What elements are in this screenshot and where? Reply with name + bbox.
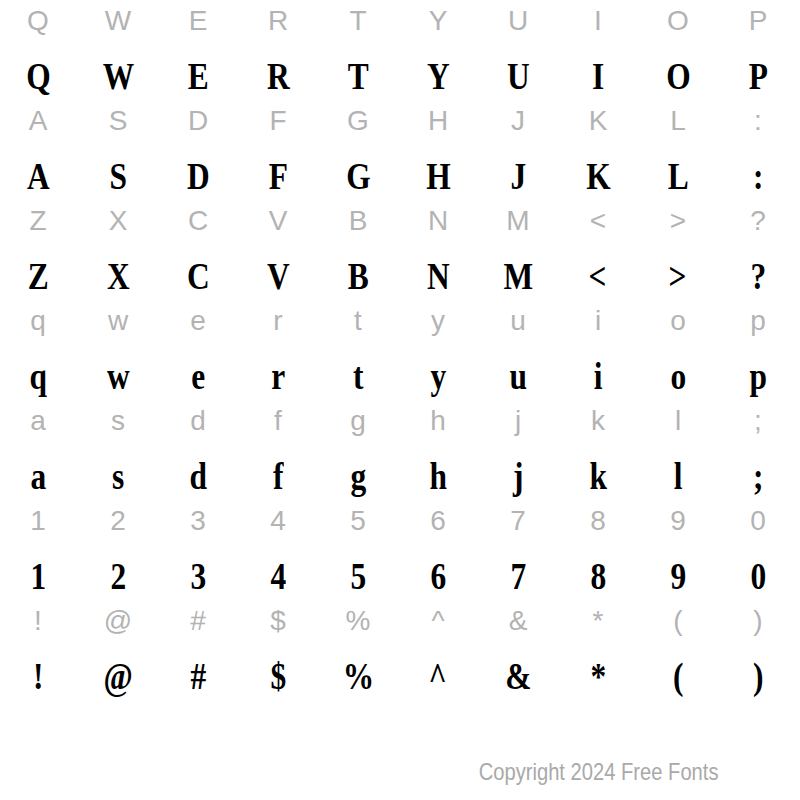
glyph-cell: g (350, 407, 366, 435)
glyph-cell: O (666, 58, 690, 95)
glyph-cell: % (342, 658, 373, 695)
glyph-cell: > (670, 207, 686, 235)
glyph-cell: ^ (429, 658, 447, 695)
glyph-cell: l (673, 407, 683, 435)
glyph-cell: ) (753, 607, 763, 635)
glyph-cell: M (506, 207, 529, 235)
glyph-cell: s (111, 407, 125, 435)
glyph-cell: w (107, 358, 130, 395)
glyph-cell: e (191, 358, 205, 395)
glyph-cell: k (591, 407, 605, 435)
glyph-cell: & (509, 607, 528, 635)
glyph-cell: f (273, 407, 283, 435)
font-specimen-page: QWERTYUIOPQWERTYUIOPASDFGHJKL:ASDFGHJKL:… (0, 0, 800, 800)
glyph-cell: f (273, 458, 283, 495)
glyph-cell: R (267, 58, 290, 95)
glyph-cell: 8 (590, 558, 606, 595)
glyph-cell: 3 (190, 558, 206, 595)
glyph-cell: # (190, 658, 206, 695)
glyph-cell: C (188, 207, 208, 235)
glyph-cell: w (108, 307, 128, 335)
glyph-cell: H (426, 158, 450, 195)
glyph-cell: ^ (431, 607, 444, 635)
glyph-cell: N (427, 258, 450, 295)
glyph-cell: N (428, 207, 448, 235)
glyph-row-black-3: ZXCVBNM<>? (0, 258, 798, 295)
glyph-cell: d (190, 407, 206, 435)
glyph-cell: s (112, 458, 124, 495)
glyph-cell: y (430, 358, 446, 395)
glyph-row-black-1: QWERTYUIOP (0, 58, 798, 95)
glyph-cell: J (510, 158, 526, 195)
glyph-cell: t (353, 358, 363, 395)
glyph-cell: 7 (510, 507, 526, 535)
glyph-cell: u (509, 358, 526, 395)
glyph-cell: Y (429, 7, 448, 35)
glyph-cell: ) (753, 658, 763, 695)
glyph-cell: C (187, 258, 210, 295)
glyph-cell: < (590, 207, 606, 235)
glyph-cell: U (507, 58, 530, 95)
glyph-cell: P (748, 58, 767, 95)
glyph-cell: W (105, 7, 131, 35)
glyph-row-gray-3: ZXCVBNM<>? (0, 207, 798, 235)
glyph-cell: P (749, 7, 768, 35)
glyph-cell: D (188, 107, 208, 135)
glyph-row-gray-6: 1234567890 (0, 507, 798, 535)
glyph-row-black-5: asdfghjkl; (0, 458, 798, 495)
glyph-cell: U (508, 7, 528, 35)
glyph-row-black-7: !@#$%^&*() (0, 658, 798, 695)
glyph-row-black-2: ASDFGHJKL: (0, 158, 798, 195)
glyph-cell: < (589, 258, 607, 295)
glyph-cell: G (347, 107, 369, 135)
glyph-cell: M (503, 258, 533, 295)
glyph-cell: u (510, 307, 526, 335)
glyph-cell: 1 (30, 558, 46, 595)
glyph-cell: S (109, 158, 126, 195)
glyph-cell: y (431, 307, 445, 335)
glyph-cell: E (188, 58, 209, 95)
glyph-cell: @ (104, 607, 132, 635)
glyph-cell: 6 (430, 507, 446, 535)
glyph-cell: i (593, 307, 603, 335)
glyph-cell: ? (750, 207, 766, 235)
glyph-cell: Z (29, 207, 46, 235)
glyph-cell: r (271, 358, 285, 395)
glyph-cell: L (670, 107, 686, 135)
glyph-cell: E (189, 7, 208, 35)
glyph-cell: a (30, 407, 46, 435)
glyph-cell: a (30, 458, 46, 495)
glyph-cell: J (511, 107, 525, 135)
glyph-cell: A (27, 158, 50, 195)
glyph-cell: R (268, 7, 288, 35)
glyph-cell: I (593, 7, 603, 35)
glyph-cell: K (586, 158, 610, 195)
glyph-row-gray-5: asdfghjkl; (0, 407, 798, 435)
glyph-cell: 8 (590, 507, 606, 535)
glyph-row-black-6: 1234567890 (0, 558, 798, 595)
glyph-row-black-4: qwertyuiop (0, 358, 798, 395)
glyph-cell: 5 (350, 507, 366, 535)
glyph-cell: Y (427, 58, 450, 95)
glyph-cell: 7 (510, 558, 526, 595)
glyph-cell: l (674, 458, 683, 495)
glyph-cell: e (190, 307, 206, 335)
glyph-cell: H (428, 107, 448, 135)
glyph-cell: ( (673, 658, 683, 695)
glyph-cell: W (102, 58, 133, 95)
glyph-cell: 4 (270, 558, 286, 595)
glyph-cell: 2 (110, 558, 126, 595)
glyph-cell: q (29, 358, 46, 395)
glyph-cell: F (268, 158, 287, 195)
glyph-row-gray-7: !@#$%^&*() (0, 607, 798, 635)
glyph-cell: * (590, 658, 606, 695)
glyph-cell: Z (28, 258, 49, 295)
glyph-cell: r (273, 307, 283, 335)
glyph-cell: 2 (110, 507, 126, 535)
glyph-cell: % (346, 607, 371, 635)
glyph-cell: I (592, 58, 604, 95)
glyph-cell: o (670, 358, 686, 395)
glyph-cell: S (109, 107, 128, 135)
glyph-cell: Q (27, 7, 49, 35)
glyph-cell: 0 (750, 558, 766, 595)
glyph-cell: : (753, 107, 763, 135)
glyph-cell: t (353, 307, 363, 335)
glyph-cell: Q (26, 58, 50, 95)
glyph-cell: p (750, 307, 766, 335)
glyph-cell: ; (753, 407, 763, 435)
glyph-cell: B (349, 207, 368, 235)
glyph-cell: > (669, 258, 687, 295)
glyph-cell: 3 (190, 507, 206, 535)
glyph-cell: k (589, 458, 606, 495)
glyph-cell: 9 (670, 507, 686, 535)
glyph-cell: V (269, 207, 288, 235)
glyph-cell: : (753, 158, 763, 195)
glyph-cell: ? (750, 258, 766, 295)
glyph-cell: 6 (430, 558, 446, 595)
glyph-cell: ! (33, 658, 43, 695)
glyph-cell: j (513, 458, 523, 495)
glyph-cell: X (107, 258, 130, 295)
glyph-cell: A (29, 107, 48, 135)
glyph-cell: * (593, 607, 604, 635)
glyph-row-gray-4: qwertyuiop (0, 307, 798, 335)
glyph-cell: i (594, 358, 603, 395)
glyph-cell: ; (753, 458, 763, 495)
glyph-row-gray-1: QWERTYUIOP (0, 7, 798, 35)
glyph-cell: o (670, 307, 686, 335)
glyph-cell: 4 (270, 507, 286, 535)
glyph-cell: F (269, 107, 286, 135)
glyph-cell: q (30, 307, 46, 335)
glyph-cell: T (348, 58, 369, 95)
glyph-cell: V (267, 258, 290, 295)
copyright-watermark: Copyright 2024 Free Fonts (478, 758, 718, 786)
glyph-cell: T (349, 7, 366, 35)
glyph-cell: 9 (670, 558, 686, 595)
glyph-cell: & (505, 658, 531, 695)
glyph-cell: K (589, 107, 608, 135)
glyph-row-gray-2: ASDFGHJKL: (0, 107, 798, 135)
glyph-cell: d (189, 458, 206, 495)
glyph-cell: 0 (750, 507, 766, 535)
glyph-cell: $ (270, 658, 286, 695)
glyph-cell: L (668, 158, 689, 195)
glyph-cell: G (346, 158, 370, 195)
glyph-cell: $ (270, 607, 286, 635)
glyph-cell: D (187, 158, 210, 195)
glyph-cell: j (513, 407, 523, 435)
glyph-cell: h (430, 407, 446, 435)
glyph-cell: B (348, 258, 369, 295)
glyph-cell: 1 (30, 507, 46, 535)
glyph-cell: O (667, 7, 689, 35)
glyph-cell: ( (673, 607, 683, 635)
glyph-cell: g (350, 458, 366, 495)
glyph-cell: p (749, 358, 766, 395)
glyph-cell: # (190, 607, 206, 635)
glyph-cell: ! (33, 607, 43, 635)
glyph-cell: X (109, 207, 128, 235)
glyph-cell: 5 (350, 558, 366, 595)
glyph-cell: @ (103, 658, 132, 695)
glyph-cell: h (429, 458, 446, 495)
